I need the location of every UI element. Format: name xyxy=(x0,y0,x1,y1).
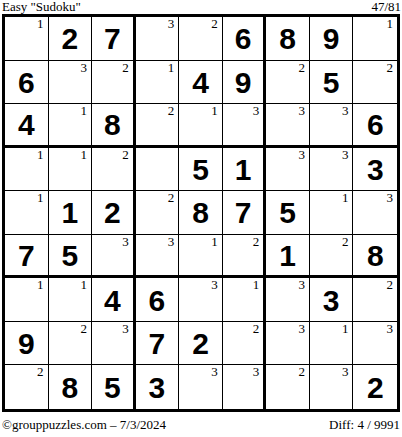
cell-r4c4[interactable] xyxy=(136,148,180,192)
puzzle-title: Easy "Sudoku" xyxy=(2,0,81,13)
corner-mark: 3 xyxy=(81,61,88,75)
cell-value: 8 xyxy=(279,24,296,54)
cell-r3c8[interactable]: 3 xyxy=(310,104,354,148)
corner-mark: 1 xyxy=(37,278,44,292)
cell-value: 3 xyxy=(149,373,166,403)
difficulty-text: Diff: 4 / 9991 xyxy=(329,417,400,432)
corner-mark: 3 xyxy=(253,104,260,118)
cell-r6c1[interactable]: 7 xyxy=(5,235,49,279)
cell-value: 8 xyxy=(367,241,384,271)
corner-mark: 3 xyxy=(168,235,175,249)
corner-mark: 2 xyxy=(122,61,129,75)
copyright-text: ©grouppuzzles.com – 7/3/2024 xyxy=(2,417,166,432)
corner-mark: 1 xyxy=(211,235,218,249)
cell-value: 3 xyxy=(367,155,384,185)
corner-mark: 3 xyxy=(298,148,305,162)
corner-mark: 3 xyxy=(298,278,305,292)
corner-mark: 2 xyxy=(387,278,394,292)
corner-mark: 1 xyxy=(37,17,44,31)
cell-value: 8 xyxy=(192,198,209,228)
cell-r2c4[interactable]: 1 xyxy=(136,61,180,105)
cell-value: 7 xyxy=(18,241,35,271)
corner-mark: 3 xyxy=(122,235,129,249)
cell-value: 2 xyxy=(61,24,78,54)
cell-r8c8[interactable]: 1 xyxy=(310,322,354,366)
cell-value: 7 xyxy=(104,24,121,54)
cell-r7c4[interactable]: 6 xyxy=(136,278,180,322)
cell-r4c5[interactable]: 5 xyxy=(179,148,223,192)
cell-value: 5 xyxy=(104,373,121,403)
corner-mark: 2 xyxy=(253,235,260,249)
cell-r8c3[interactable]: 3 xyxy=(92,322,136,366)
cell-value: 2 xyxy=(367,373,384,403)
cell-value: 7 xyxy=(149,329,166,359)
cell-r7c5[interactable]: 3 xyxy=(179,278,223,322)
cell-r2c3[interactable]: 2 xyxy=(92,61,136,105)
cell-r5c5[interactable]: 8 xyxy=(179,191,223,235)
cell-r6c6[interactable]: 2 xyxy=(223,235,267,279)
corner-mark: 1 xyxy=(342,191,349,205)
cell-r2c2[interactable]: 3 xyxy=(49,61,93,105)
cell-value: 1 xyxy=(279,241,296,271)
corner-mark: 1 xyxy=(211,104,218,118)
cell-value: 8 xyxy=(104,110,121,140)
corner-mark: 2 xyxy=(342,235,349,249)
corner-mark: 1 xyxy=(37,191,44,205)
cell-value: 6 xyxy=(149,286,166,316)
corner-mark: 1 xyxy=(342,322,349,336)
corner-mark: 3 xyxy=(253,365,260,379)
cell-value: 5 xyxy=(279,198,296,228)
cell-r1c5[interactable]: 2 xyxy=(179,17,223,61)
cell-r4c9[interactable]: 3 xyxy=(353,148,397,192)
cell-value: 2 xyxy=(104,198,121,228)
cell-r3c9[interactable]: 6 xyxy=(353,104,397,148)
cell-r2c9[interactable]: 2 xyxy=(353,61,397,105)
cell-r2c1[interactable]: 6 xyxy=(5,61,49,105)
header: Easy "Sudoku" 47/81 xyxy=(0,0,402,14)
cell-r5c4[interactable]: 2 xyxy=(136,191,180,235)
corner-mark: 1 xyxy=(387,17,394,31)
cell-value: 1 xyxy=(61,198,78,228)
cell-r8c1[interactable]: 9 xyxy=(5,322,49,366)
corner-mark: 1 xyxy=(37,148,44,162)
corner-mark: 2 xyxy=(122,148,129,162)
cell-r5c6[interactable]: 7 xyxy=(223,191,267,235)
corner-mark: 1 xyxy=(168,61,175,75)
cell-r9c8[interactable]: 3 xyxy=(310,365,354,409)
cell-r9c5[interactable]: 3 xyxy=(179,365,223,409)
cell-r5c9[interactable]: 3 xyxy=(353,191,397,235)
cell-r3c2[interactable]: 1 xyxy=(49,104,93,148)
corner-mark: 3 xyxy=(342,365,349,379)
cell-r9c7[interactable]: 2 xyxy=(266,365,310,409)
cell-value: 1 xyxy=(235,155,252,185)
cell-value: 4 xyxy=(18,110,35,140)
corner-mark: 1 xyxy=(253,278,260,292)
cell-r2c6[interactable]: 9 xyxy=(223,61,267,105)
cell-r5c1[interactable]: 1 xyxy=(5,191,49,235)
cell-r5c3[interactable]: 2 xyxy=(92,191,136,235)
cell-r4c7[interactable]: 3 xyxy=(266,148,310,192)
corner-mark: 2 xyxy=(253,322,260,336)
cell-value: 9 xyxy=(18,329,35,359)
cell-r9c9[interactable]: 2 xyxy=(353,365,397,409)
corner-mark: 3 xyxy=(211,278,218,292)
cell-value: 5 xyxy=(61,241,78,271)
corner-mark: 3 xyxy=(342,104,349,118)
cell-r7c8[interactable]: 3 xyxy=(310,278,354,322)
cell-value: 2 xyxy=(192,329,209,359)
corner-mark: 3 xyxy=(387,191,394,205)
cell-r8c7[interactable]: 3 xyxy=(266,322,310,366)
cell-r1c2[interactable]: 2 xyxy=(49,17,93,61)
cell-r3c4[interactable]: 2 xyxy=(136,104,180,148)
cell-r7c7[interactable]: 3 xyxy=(266,278,310,322)
cell-r9c4[interactable]: 3 xyxy=(136,365,180,409)
corner-mark: 2 xyxy=(298,61,305,75)
cell-value: 6 xyxy=(18,68,35,98)
cell-value: 6 xyxy=(235,24,252,54)
cell-r6c7[interactable]: 1 xyxy=(266,235,310,279)
corner-mark: 2 xyxy=(168,104,175,118)
cell-r6c9[interactable]: 8 xyxy=(353,235,397,279)
corner-mark: 3 xyxy=(168,17,175,31)
cell-r3c7[interactable]: 3 xyxy=(266,104,310,148)
cell-r4c8[interactable]: 3 xyxy=(310,148,354,192)
cell-r4c3[interactable]: 2 xyxy=(92,148,136,192)
cell-r9c6[interactable]: 3 xyxy=(223,365,267,409)
corner-mark: 2 xyxy=(387,61,394,75)
cell-r1c9[interactable]: 1 xyxy=(353,17,397,61)
cell-r8c5[interactable]: 2 xyxy=(179,322,223,366)
cell-value: 5 xyxy=(323,68,340,98)
sudoku-board: 1273268916321492524182133361125133311228… xyxy=(2,14,400,412)
cell-value: 8 xyxy=(61,373,78,403)
cell-r8c2[interactable]: 2 xyxy=(49,322,93,366)
cell-r1c3[interactable]: 7 xyxy=(92,17,136,61)
cell-r1c6[interactable]: 6 xyxy=(223,17,267,61)
cell-value: 6 xyxy=(367,110,384,140)
sudoku-page: Easy "Sudoku" 47/81 12732689163214925241… xyxy=(0,0,402,437)
corner-mark: 2 xyxy=(168,191,175,205)
cell-r7c1[interactable]: 1 xyxy=(5,278,49,322)
cell-r6c5[interactable]: 1 xyxy=(179,235,223,279)
cell-r7c2[interactable]: 1 xyxy=(49,278,93,322)
cell-r6c8[interactable]: 2 xyxy=(310,235,354,279)
cell-r9c3[interactable]: 5 xyxy=(92,365,136,409)
cell-r2c5[interactable]: 4 xyxy=(179,61,223,105)
corner-mark: 2 xyxy=(211,17,218,31)
corner-mark: 3 xyxy=(122,322,129,336)
cell-r3c5[interactable]: 1 xyxy=(179,104,223,148)
cell-value: 4 xyxy=(104,286,121,316)
corner-mark: 3 xyxy=(298,322,305,336)
cell-r2c8[interactable]: 5 xyxy=(310,61,354,105)
cell-r3c6[interactable]: 3 xyxy=(223,104,267,148)
cell-r7c9[interactable]: 2 xyxy=(353,278,397,322)
cell-r5c7[interactable]: 5 xyxy=(266,191,310,235)
cell-r3c3[interactable]: 8 xyxy=(92,104,136,148)
cell-r6c4[interactable]: 3 xyxy=(136,235,180,279)
corner-mark: 1 xyxy=(81,148,88,162)
corner-mark: 1 xyxy=(81,104,88,118)
cell-r6c2[interactable]: 5 xyxy=(49,235,93,279)
cell-value: 4 xyxy=(192,68,209,98)
cell-value: 5 xyxy=(192,155,209,185)
cell-r8c4[interactable]: 7 xyxy=(136,322,180,366)
corner-mark: 1 xyxy=(81,278,88,292)
corner-mark: 3 xyxy=(342,148,349,162)
cell-r8c9[interactable]: 3 xyxy=(353,322,397,366)
cell-value: 9 xyxy=(235,68,252,98)
cell-r1c7[interactable]: 8 xyxy=(266,17,310,61)
cell-r4c1[interactable]: 1 xyxy=(5,148,49,192)
cell-r4c6[interactable]: 1 xyxy=(223,148,267,192)
cell-r2c7[interactable]: 2 xyxy=(266,61,310,105)
cell-r1c4[interactable]: 3 xyxy=(136,17,180,61)
cell-r9c1[interactable]: 2 xyxy=(5,365,49,409)
cell-r7c3[interactable]: 4 xyxy=(92,278,136,322)
cell-r5c2[interactable]: 1 xyxy=(49,191,93,235)
cell-r1c1[interactable]: 1 xyxy=(5,17,49,61)
corner-mark: 2 xyxy=(81,322,88,336)
cell-r1c8[interactable]: 9 xyxy=(310,17,354,61)
corner-mark: 3 xyxy=(298,104,305,118)
cell-value: 3 xyxy=(323,286,340,316)
corner-mark: 3 xyxy=(211,365,218,379)
corner-mark: 3 xyxy=(387,322,394,336)
cell-value: 7 xyxy=(235,198,252,228)
cell-r8c6[interactable]: 2 xyxy=(223,322,267,366)
cell-r9c2[interactable]: 8 xyxy=(49,365,93,409)
cell-r6c3[interactable]: 3 xyxy=(92,235,136,279)
cell-r4c2[interactable]: 1 xyxy=(49,148,93,192)
progress-counter: 47/81 xyxy=(371,0,401,13)
corner-mark: 2 xyxy=(37,365,44,379)
cell-r5c8[interactable]: 1 xyxy=(310,191,354,235)
footer: ©grouppuzzles.com – 7/3/2024 Diff: 4 / 9… xyxy=(0,412,402,432)
corner-mark: 2 xyxy=(298,365,305,379)
cell-r7c6[interactable]: 1 xyxy=(223,278,267,322)
cell-r3c1[interactable]: 4 xyxy=(5,104,49,148)
cell-value: 9 xyxy=(323,24,340,54)
